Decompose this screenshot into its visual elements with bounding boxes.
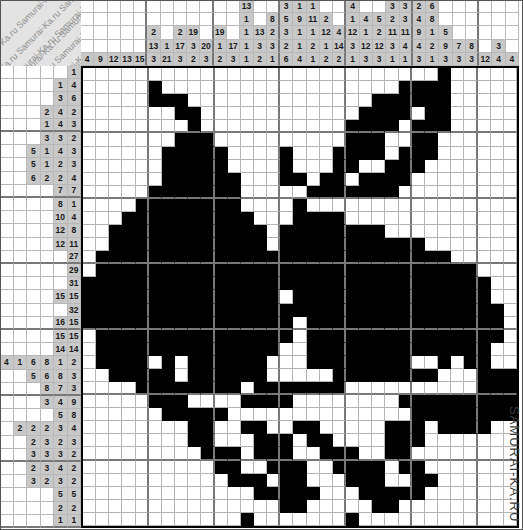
empty-cell[interactable]: [83, 133, 96, 146]
filled-cell[interactable]: [254, 290, 267, 303]
filled-cell[interactable]: [504, 369, 517, 382]
filled-cell[interactable]: [425, 94, 438, 107]
filled-cell[interactable]: [188, 186, 201, 199]
empty-cell[interactable]: [438, 369, 451, 382]
empty-cell[interactable]: [478, 160, 491, 173]
empty-cell[interactable]: [96, 238, 109, 251]
empty-cell[interactable]: [215, 500, 228, 513]
filled-cell[interactable]: [451, 264, 464, 277]
empty-cell[interactable]: [122, 487, 135, 500]
empty-cell[interactable]: [307, 160, 320, 173]
empty-cell[interactable]: [491, 238, 504, 251]
filled-cell[interactable]: [162, 330, 175, 343]
filled-cell[interactable]: [359, 120, 372, 133]
empty-cell[interactable]: [320, 369, 333, 382]
filled-cell[interactable]: [412, 487, 425, 500]
filled-cell[interactable]: [425, 277, 438, 290]
filled-cell[interactable]: [307, 421, 320, 434]
empty-cell[interactable]: [504, 238, 517, 251]
empty-cell[interactable]: [83, 160, 96, 173]
filled-cell[interactable]: [122, 277, 135, 290]
empty-cell[interactable]: [320, 395, 333, 408]
empty-cell[interactable]: [504, 160, 517, 173]
empty-cell[interactable]: [346, 107, 359, 120]
empty-cell[interactable]: [425, 225, 438, 238]
filled-cell[interactable]: [464, 264, 477, 277]
filled-cell[interactable]: [215, 277, 228, 290]
empty-cell[interactable]: [438, 434, 451, 447]
filled-cell[interactable]: [228, 461, 241, 474]
filled-cell[interactable]: [504, 382, 517, 395]
filled-cell[interactable]: [412, 251, 425, 264]
empty-cell[interactable]: [307, 173, 320, 186]
filled-cell[interactable]: [215, 186, 228, 199]
empty-cell[interactable]: [136, 133, 149, 146]
empty-cell[interactable]: [136, 421, 149, 434]
filled-cell[interactable]: [399, 461, 412, 474]
empty-cell[interactable]: [280, 212, 293, 225]
filled-cell[interactable]: [162, 304, 175, 317]
empty-cell[interactable]: [478, 120, 491, 133]
filled-cell[interactable]: [412, 120, 425, 133]
empty-cell[interactable]: [385, 408, 398, 421]
empty-cell[interactable]: [451, 94, 464, 107]
empty-cell[interactable]: [320, 408, 333, 421]
filled-cell[interactable]: [280, 474, 293, 487]
empty-cell[interactable]: [122, 513, 135, 526]
empty-cell[interactable]: [83, 421, 96, 434]
filled-cell[interactable]: [451, 408, 464, 421]
filled-cell[interactable]: [346, 343, 359, 356]
empty-cell[interactable]: [320, 487, 333, 500]
empty-cell[interactable]: [83, 343, 96, 356]
empty-cell[interactable]: [149, 173, 162, 186]
empty-cell[interactable]: [307, 94, 320, 107]
filled-cell[interactable]: [372, 356, 385, 369]
empty-cell[interactable]: [293, 81, 306, 94]
empty-cell[interactable]: [109, 68, 122, 81]
filled-cell[interactable]: [293, 421, 306, 434]
empty-cell[interactable]: [491, 225, 504, 238]
empty-cell[interactable]: [504, 251, 517, 264]
empty-cell[interactable]: [478, 107, 491, 120]
filled-cell[interactable]: [162, 369, 175, 382]
filled-cell[interactable]: [412, 395, 425, 408]
filled-cell[interactable]: [359, 304, 372, 317]
filled-cell[interactable]: [188, 147, 201, 160]
empty-cell[interactable]: [333, 395, 346, 408]
empty-cell[interactable]: [175, 81, 188, 94]
empty-cell[interactable]: [109, 120, 122, 133]
filled-cell[interactable]: [346, 147, 359, 160]
empty-cell[interactable]: [425, 434, 438, 447]
empty-cell[interactable]: [412, 500, 425, 513]
empty-cell[interactable]: [280, 107, 293, 120]
empty-cell[interactable]: [372, 68, 385, 81]
empty-cell[interactable]: [83, 251, 96, 264]
filled-cell[interactable]: [333, 160, 346, 173]
filled-cell[interactable]: [201, 186, 214, 199]
empty-cell[interactable]: [136, 186, 149, 199]
filled-cell[interactable]: [399, 94, 412, 107]
filled-cell[interactable]: [109, 290, 122, 303]
empty-cell[interactable]: [425, 160, 438, 173]
filled-cell[interactable]: [399, 264, 412, 277]
empty-cell[interactable]: [464, 447, 477, 460]
empty-cell[interactable]: [399, 500, 412, 513]
filled-cell[interactable]: [372, 186, 385, 199]
puzzle-grid[interactable]: [81, 66, 519, 528]
filled-cell[interactable]: [228, 251, 241, 264]
filled-cell[interactable]: [241, 317, 254, 330]
empty-cell[interactable]: [267, 356, 280, 369]
empty-cell[interactable]: [280, 81, 293, 94]
empty-cell[interactable]: [109, 500, 122, 513]
empty-cell[interactable]: [346, 68, 359, 81]
filled-cell[interactable]: [346, 277, 359, 290]
empty-cell[interactable]: [320, 421, 333, 434]
empty-cell[interactable]: [491, 186, 504, 199]
filled-cell[interactable]: [293, 225, 306, 238]
filled-cell[interactable]: [136, 225, 149, 238]
empty-cell[interactable]: [491, 94, 504, 107]
empty-cell[interactable]: [307, 395, 320, 408]
empty-cell[interactable]: [464, 160, 477, 173]
empty-cell[interactable]: [504, 133, 517, 146]
filled-cell[interactable]: [346, 238, 359, 251]
filled-cell[interactable]: [280, 277, 293, 290]
empty-cell[interactable]: [346, 94, 359, 107]
empty-cell[interactable]: [320, 68, 333, 81]
filled-cell[interactable]: [359, 343, 372, 356]
filled-cell[interactable]: [254, 447, 267, 460]
filled-cell[interactable]: [215, 264, 228, 277]
empty-cell[interactable]: [96, 81, 109, 94]
filled-cell[interactable]: [385, 107, 398, 120]
filled-cell[interactable]: [464, 395, 477, 408]
filled-cell[interactable]: [293, 199, 306, 212]
empty-cell[interactable]: [333, 513, 346, 526]
empty-cell[interactable]: [83, 395, 96, 408]
filled-cell[interactable]: [385, 264, 398, 277]
empty-cell[interactable]: [162, 434, 175, 447]
filled-cell[interactable]: [215, 369, 228, 382]
filled-cell[interactable]: [359, 251, 372, 264]
empty-cell[interactable]: [504, 173, 517, 186]
empty-cell[interactable]: [320, 133, 333, 146]
filled-cell[interactable]: [241, 369, 254, 382]
filled-cell[interactable]: [109, 356, 122, 369]
filled-cell[interactable]: [333, 461, 346, 474]
filled-cell[interactable]: [412, 461, 425, 474]
filled-cell[interactable]: [162, 251, 175, 264]
empty-cell[interactable]: [412, 107, 425, 120]
filled-cell[interactable]: [491, 304, 504, 317]
filled-cell[interactable]: [267, 461, 280, 474]
empty-cell[interactable]: [280, 68, 293, 81]
filled-cell[interactable]: [385, 251, 398, 264]
filled-cell[interactable]: [241, 277, 254, 290]
filled-cell[interactable]: [228, 304, 241, 317]
empty-cell[interactable]: [215, 94, 228, 107]
filled-cell[interactable]: [399, 160, 412, 173]
filled-cell[interactable]: [215, 317, 228, 330]
empty-cell[interactable]: [280, 120, 293, 133]
empty-cell[interactable]: [346, 382, 359, 395]
filled-cell[interactable]: [254, 421, 267, 434]
filled-cell[interactable]: [254, 238, 267, 251]
filled-cell[interactable]: [175, 343, 188, 356]
filled-cell[interactable]: [280, 173, 293, 186]
empty-cell[interactable]: [254, 107, 267, 120]
empty-cell[interactable]: [96, 133, 109, 146]
filled-cell[interactable]: [254, 343, 267, 356]
empty-cell[interactable]: [175, 500, 188, 513]
filled-cell[interactable]: [372, 290, 385, 303]
empty-cell[interactable]: [451, 147, 464, 160]
empty-cell[interactable]: [399, 186, 412, 199]
empty-cell[interactable]: [122, 147, 135, 160]
empty-cell[interactable]: [333, 120, 346, 133]
empty-cell[interactable]: [83, 264, 96, 277]
empty-cell[interactable]: [333, 107, 346, 120]
empty-cell[interactable]: [320, 500, 333, 513]
filled-cell[interactable]: [267, 290, 280, 303]
filled-cell[interactable]: [280, 461, 293, 474]
filled-cell[interactable]: [241, 513, 254, 526]
filled-cell[interactable]: [333, 238, 346, 251]
filled-cell[interactable]: [175, 251, 188, 264]
filled-cell[interactable]: [149, 238, 162, 251]
empty-cell[interactable]: [122, 461, 135, 474]
filled-cell[interactable]: [333, 356, 346, 369]
filled-cell[interactable]: [464, 356, 477, 369]
empty-cell[interactable]: [359, 212, 372, 225]
empty-cell[interactable]: [136, 395, 149, 408]
filled-cell[interactable]: [228, 225, 241, 238]
empty-cell[interactable]: [136, 447, 149, 460]
filled-cell[interactable]: [122, 225, 135, 238]
filled-cell[interactable]: [320, 238, 333, 251]
filled-cell[interactable]: [188, 382, 201, 395]
filled-cell[interactable]: [109, 251, 122, 264]
filled-cell[interactable]: [254, 264, 267, 277]
filled-cell[interactable]: [83, 290, 96, 303]
empty-cell[interactable]: [478, 447, 491, 460]
empty-cell[interactable]: [451, 160, 464, 173]
filled-cell[interactable]: [188, 277, 201, 290]
empty-cell[interactable]: [372, 434, 385, 447]
empty-cell[interactable]: [372, 212, 385, 225]
empty-cell[interactable]: [293, 317, 306, 330]
empty-cell[interactable]: [228, 120, 241, 133]
filled-cell[interactable]: [399, 304, 412, 317]
empty-cell[interactable]: [109, 186, 122, 199]
empty-cell[interactable]: [491, 120, 504, 133]
filled-cell[interactable]: [136, 343, 149, 356]
filled-cell[interactable]: [136, 212, 149, 225]
empty-cell[interactable]: [491, 133, 504, 146]
empty-cell[interactable]: [333, 81, 346, 94]
filled-cell[interactable]: [201, 238, 214, 251]
empty-cell[interactable]: [425, 447, 438, 460]
empty-cell[interactable]: [267, 107, 280, 120]
empty-cell[interactable]: [83, 461, 96, 474]
filled-cell[interactable]: [215, 147, 228, 160]
empty-cell[interactable]: [267, 212, 280, 225]
filled-cell[interactable]: [425, 408, 438, 421]
filled-cell[interactable]: [425, 304, 438, 317]
empty-cell[interactable]: [228, 395, 241, 408]
filled-cell[interactable]: [320, 186, 333, 199]
filled-cell[interactable]: [412, 238, 425, 251]
empty-cell[interactable]: [464, 212, 477, 225]
empty-cell[interactable]: [201, 461, 214, 474]
filled-cell[interactable]: [122, 317, 135, 330]
empty-cell[interactable]: [188, 81, 201, 94]
filled-cell[interactable]: [201, 343, 214, 356]
empty-cell[interactable]: [215, 81, 228, 94]
empty-cell[interactable]: [162, 461, 175, 474]
filled-cell[interactable]: [425, 369, 438, 382]
filled-cell[interactable]: [412, 408, 425, 421]
filled-cell[interactable]: [464, 277, 477, 290]
empty-cell[interactable]: [228, 94, 241, 107]
filled-cell[interactable]: [346, 186, 359, 199]
empty-cell[interactable]: [109, 133, 122, 146]
filled-cell[interactable]: [149, 277, 162, 290]
filled-cell[interactable]: [491, 330, 504, 343]
empty-cell[interactable]: [359, 500, 372, 513]
empty-cell[interactable]: [83, 382, 96, 395]
filled-cell[interactable]: [188, 173, 201, 186]
filled-cell[interactable]: [267, 343, 280, 356]
filled-cell[interactable]: [346, 317, 359, 330]
empty-cell[interactable]: [438, 133, 451, 146]
filled-cell[interactable]: [320, 330, 333, 343]
filled-cell[interactable]: [96, 290, 109, 303]
empty-cell[interactable]: [122, 199, 135, 212]
filled-cell[interactable]: [438, 68, 451, 81]
filled-cell[interactable]: [372, 225, 385, 238]
filled-cell[interactable]: [425, 343, 438, 356]
filled-cell[interactable]: [201, 421, 214, 434]
empty-cell[interactable]: [109, 421, 122, 434]
filled-cell[interactable]: [412, 434, 425, 447]
filled-cell[interactable]: [188, 225, 201, 238]
filled-cell[interactable]: [438, 330, 451, 343]
filled-cell[interactable]: [188, 290, 201, 303]
empty-cell[interactable]: [136, 408, 149, 421]
filled-cell[interactable]: [346, 330, 359, 343]
filled-cell[interactable]: [136, 238, 149, 251]
empty-cell[interactable]: [464, 238, 477, 251]
empty-cell[interactable]: [359, 447, 372, 460]
empty-cell[interactable]: [188, 68, 201, 81]
empty-cell[interactable]: [293, 447, 306, 460]
empty-cell[interactable]: [504, 212, 517, 225]
filled-cell[interactable]: [83, 277, 96, 290]
empty-cell[interactable]: [425, 487, 438, 500]
empty-cell[interactable]: [293, 434, 306, 447]
filled-cell[interactable]: [241, 356, 254, 369]
filled-cell[interactable]: [385, 160, 398, 173]
filled-cell[interactable]: [293, 461, 306, 474]
filled-cell[interactable]: [399, 343, 412, 356]
filled-cell[interactable]: [254, 434, 267, 447]
filled-cell[interactable]: [280, 251, 293, 264]
filled-cell[interactable]: [372, 500, 385, 513]
filled-cell[interactable]: [241, 304, 254, 317]
empty-cell[interactable]: [267, 68, 280, 81]
empty-cell[interactable]: [359, 421, 372, 434]
filled-cell[interactable]: [293, 487, 306, 500]
empty-cell[interactable]: [464, 461, 477, 474]
empty-cell[interactable]: [478, 186, 491, 199]
empty-cell[interactable]: [478, 68, 491, 81]
filled-cell[interactable]: [175, 317, 188, 330]
filled-cell[interactable]: [136, 304, 149, 317]
empty-cell[interactable]: [478, 434, 491, 447]
empty-cell[interactable]: [478, 474, 491, 487]
empty-cell[interactable]: [504, 107, 517, 120]
filled-cell[interactable]: [201, 147, 214, 160]
filled-cell[interactable]: [175, 395, 188, 408]
empty-cell[interactable]: [267, 238, 280, 251]
filled-cell[interactable]: [122, 238, 135, 251]
filled-cell[interactable]: [280, 264, 293, 277]
empty-cell[interactable]: [188, 461, 201, 474]
filled-cell[interactable]: [399, 447, 412, 460]
empty-cell[interactable]: [293, 160, 306, 173]
filled-cell[interactable]: [188, 369, 201, 382]
filled-cell[interactable]: [412, 133, 425, 146]
filled-cell[interactable]: [399, 107, 412, 120]
empty-cell[interactable]: [254, 212, 267, 225]
empty-cell[interactable]: [372, 199, 385, 212]
empty-cell[interactable]: [293, 330, 306, 343]
filled-cell[interactable]: [96, 356, 109, 369]
empty-cell[interactable]: [359, 68, 372, 81]
filled-cell[interactable]: [215, 173, 228, 186]
empty-cell[interactable]: [96, 120, 109, 133]
filled-cell[interactable]: [215, 447, 228, 460]
filled-cell[interactable]: [188, 120, 201, 133]
filled-cell[interactable]: [188, 343, 201, 356]
filled-cell[interactable]: [162, 277, 175, 290]
empty-cell[interactable]: [307, 107, 320, 120]
empty-cell[interactable]: [385, 474, 398, 487]
filled-cell[interactable]: [162, 199, 175, 212]
filled-cell[interactable]: [451, 304, 464, 317]
filled-cell[interactable]: [399, 356, 412, 369]
filled-cell[interactable]: [201, 434, 214, 447]
filled-cell[interactable]: [399, 330, 412, 343]
filled-cell[interactable]: [372, 343, 385, 356]
empty-cell[interactable]: [201, 487, 214, 500]
filled-cell[interactable]: [215, 251, 228, 264]
empty-cell[interactable]: [162, 500, 175, 513]
empty-cell[interactable]: [478, 500, 491, 513]
filled-cell[interactable]: [438, 264, 451, 277]
filled-cell[interactable]: [228, 264, 241, 277]
filled-cell[interactable]: [491, 395, 504, 408]
empty-cell[interactable]: [228, 107, 241, 120]
filled-cell[interactable]: [267, 264, 280, 277]
filled-cell[interactable]: [188, 408, 201, 421]
empty-cell[interactable]: [109, 408, 122, 421]
empty-cell[interactable]: [83, 81, 96, 94]
